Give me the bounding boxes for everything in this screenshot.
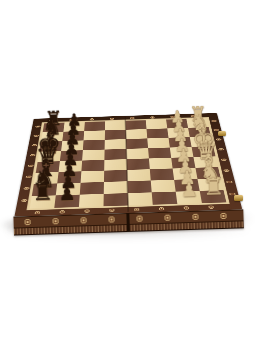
chess-board: ♜♞♝♚♛♝♞♜♟♟♟♟♟♟♟♟♟♟♟♟♟♟♟♟♜♞♝♚♛♝♞♜ (14, 113, 242, 216)
white-rook-a1: ♜ (199, 159, 226, 199)
fold-seam-front (126, 213, 129, 232)
product-photo: ♜♞♝♚♛♝♞♜♟♟♟♟♟♟♟♟♟♟♟♟♟♟♟♟♜♞♝♚♛♝♞♜ (0, 0, 255, 340)
pieces-layer: ♜♞♝♚♛♝♞♜♟♟♟♟♟♟♟♟♟♟♟♟♟♟♟♟♜♞♝♚♛♝♞♜ (14, 113, 242, 216)
brass-clasp-back (218, 131, 226, 136)
brass-clasp-front (234, 195, 243, 201)
black-pawn-a7: ♟ (53, 163, 80, 203)
white-pawn-a2: ♟ (175, 160, 202, 200)
black-rook-a8: ♜ (29, 164, 56, 204)
board-tilt-wrapper: ♜♞♝♚♛♝♞♜♟♟♟♟♟♟♟♟♟♟♟♟♟♟♟♟♜♞♝♚♛♝♞♜ (0, 0, 255, 340)
board-perspective: ♜♞♝♚♛♝♞♜♟♟♟♟♟♟♟♟♟♟♟♟♟♟♟♟♜♞♝♚♛♝♞♜ (7, 0, 242, 217)
